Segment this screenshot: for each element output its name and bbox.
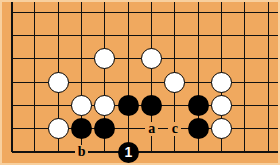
intersection-c7r7	[140, 141, 163, 164]
black-stone	[141, 95, 162, 116]
intersection-c1r7	[0, 141, 23, 164]
intersection-c8r5	[163, 94, 186, 117]
intersection-c9r1	[187, 1, 210, 24]
go-board-grid: acb1	[0, 1, 280, 164]
intersection-c12r5	[257, 94, 280, 117]
intersection-c4r6	[70, 117, 93, 140]
black-stone	[118, 95, 139, 116]
intersection-c2r4	[23, 71, 46, 94]
intersection-c12r1	[257, 1, 280, 24]
black-stone	[71, 118, 92, 139]
intersection-c4r1	[70, 1, 93, 24]
intersection-c7r3	[140, 47, 163, 70]
intersection-c12r2	[257, 24, 280, 47]
point-label-b: b	[75, 145, 88, 159]
intersection-c6r5	[117, 94, 140, 117]
intersection-c3r3	[47, 47, 70, 70]
intersection-c1r2	[0, 24, 23, 47]
intersection-c9r7	[187, 141, 210, 164]
intersection-c5r1	[93, 1, 116, 24]
intersection-c2r5	[23, 94, 46, 117]
intersection-c2r3	[23, 47, 46, 70]
intersection-c12r6	[257, 117, 280, 140]
intersection-c8r7	[163, 141, 186, 164]
point-label-c: c	[168, 122, 181, 136]
intersection-c2r1	[23, 1, 46, 24]
black-stone	[188, 95, 209, 116]
intersection-c4r5	[70, 94, 93, 117]
intersection-c10r3	[210, 47, 233, 70]
intersection-c4r4	[70, 71, 93, 94]
white-stone	[164, 72, 185, 93]
intersection-c6r4	[117, 71, 140, 94]
white-stone	[48, 72, 69, 93]
move-number: 1	[124, 142, 132, 162]
black-stone-move-1: 1	[118, 142, 139, 163]
intersection-c4r2	[70, 24, 93, 47]
intersection-c6r1	[117, 1, 140, 24]
intersection-c9r3	[187, 47, 210, 70]
intersection-c8r3	[163, 47, 186, 70]
intersection-c10r1	[210, 1, 233, 24]
intersection-c4r7: b	[70, 141, 93, 164]
intersection-c7r6: a	[140, 117, 163, 140]
intersection-c2r2	[23, 24, 46, 47]
black-stone	[94, 118, 115, 139]
intersection-c11r4	[233, 71, 256, 94]
intersection-c12r4	[257, 71, 280, 94]
intersection-c10r6	[210, 117, 233, 140]
intersection-c11r6	[233, 117, 256, 140]
intersection-c2r7	[23, 141, 46, 164]
intersection-c9r4	[187, 71, 210, 94]
intersection-c10r4	[210, 71, 233, 94]
intersection-c6r7: 1	[117, 141, 140, 164]
intersection-c7r4	[140, 71, 163, 94]
intersection-c3r1	[47, 1, 70, 24]
intersection-c3r5	[47, 94, 70, 117]
intersection-c12r3	[257, 47, 280, 70]
intersection-c9r5	[187, 94, 210, 117]
intersection-c6r3	[117, 47, 140, 70]
intersection-c1r6	[0, 117, 23, 140]
intersection-c1r3	[0, 47, 23, 70]
intersection-c7r5	[140, 94, 163, 117]
point-label-a: a	[145, 122, 158, 136]
white-stone	[211, 95, 232, 116]
intersection-c6r2	[117, 24, 140, 47]
intersection-c11r7	[233, 141, 256, 164]
intersection-c11r2	[233, 24, 256, 47]
white-stone	[48, 118, 69, 139]
intersection-c8r4	[163, 71, 186, 94]
intersection-c8r2	[163, 24, 186, 47]
black-stone	[188, 118, 209, 139]
intersection-c2r6	[23, 117, 46, 140]
intersection-c1r1	[0, 1, 23, 24]
intersection-c9r2	[187, 24, 210, 47]
intersection-c1r4	[0, 71, 23, 94]
intersection-c4r3	[70, 47, 93, 70]
white-stone	[211, 72, 232, 93]
intersection-c7r2	[140, 24, 163, 47]
intersection-c11r5	[233, 94, 256, 117]
intersection-c3r2	[47, 24, 70, 47]
white-stone	[141, 48, 162, 69]
intersection-c11r1	[233, 1, 256, 24]
white-stone	[94, 48, 115, 69]
intersection-c3r6	[47, 117, 70, 140]
intersection-c3r7	[47, 141, 70, 164]
intersection-c8r1	[163, 1, 186, 24]
intersection-c7r1	[140, 1, 163, 24]
intersection-c5r5	[93, 94, 116, 117]
intersection-c8r6: c	[163, 117, 186, 140]
intersection-c10r2	[210, 24, 233, 47]
intersection-c5r4	[93, 71, 116, 94]
intersection-c5r6	[93, 117, 116, 140]
white-stone	[71, 95, 92, 116]
go-board-diagram: acb1	[0, 0, 280, 165]
intersection-c6r6	[117, 117, 140, 140]
intersection-c11r3	[233, 47, 256, 70]
intersection-c5r7	[93, 141, 116, 164]
intersection-c10r5	[210, 94, 233, 117]
intersection-c12r7	[257, 141, 280, 164]
white-stone	[94, 95, 115, 116]
white-stone	[211, 118, 232, 139]
intersection-c9r6	[187, 117, 210, 140]
intersection-c3r4	[47, 71, 70, 94]
intersection-c5r2	[93, 24, 116, 47]
intersection-c1r5	[0, 94, 23, 117]
intersection-c10r7	[210, 141, 233, 164]
intersection-c5r3	[93, 47, 116, 70]
